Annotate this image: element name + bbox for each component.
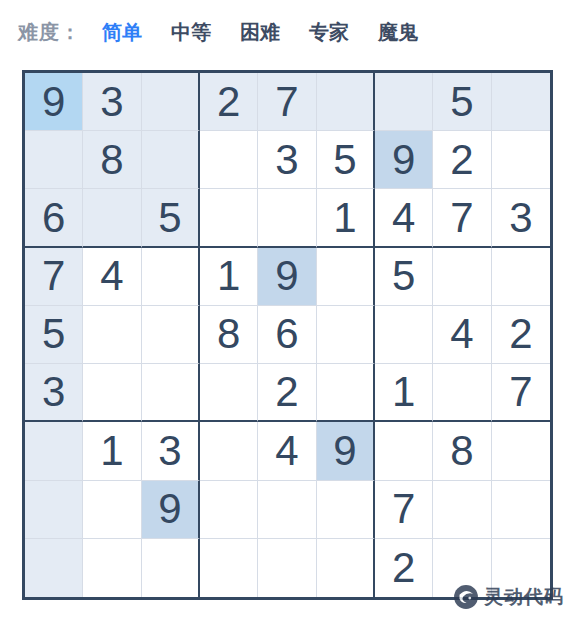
cell-r1c1[interactable]: 9 — [25, 73, 83, 131]
cell-r4c1[interactable]: 7 — [25, 248, 83, 306]
cell-r7c3[interactable]: 3 — [142, 422, 200, 480]
cell-r9c6[interactable] — [317, 539, 375, 597]
cell-r5c5[interactable]: 6 — [258, 306, 316, 364]
cell-r3c3[interactable]: 5 — [142, 189, 200, 247]
cell-r6c9[interactable]: 7 — [492, 364, 550, 422]
cell-r8c2[interactable] — [83, 481, 141, 539]
cell-r7c1[interactable] — [25, 422, 83, 480]
cell-r6c2[interactable] — [83, 364, 141, 422]
cell-r3c4[interactable] — [200, 189, 258, 247]
cell-r3c7[interactable]: 4 — [375, 189, 433, 247]
cell-r3c5[interactable] — [258, 189, 316, 247]
cell-r2c5[interactable]: 3 — [258, 131, 316, 189]
cell-r1c6[interactable] — [317, 73, 375, 131]
cell-r3c8[interactable]: 7 — [433, 189, 491, 247]
cell-r7c5[interactable]: 4 — [258, 422, 316, 480]
cell-r4c8[interactable] — [433, 248, 491, 306]
cell-r9c5[interactable] — [258, 539, 316, 597]
cell-r9c2[interactable] — [83, 539, 141, 597]
cell-r6c7[interactable]: 1 — [375, 364, 433, 422]
cell-r3c9[interactable]: 3 — [492, 189, 550, 247]
cell-r5c2[interactable] — [83, 306, 141, 364]
cell-r8c1[interactable] — [25, 481, 83, 539]
cell-r4c7[interactable]: 5 — [375, 248, 433, 306]
difficulty-option-expert[interactable]: 专家 — [309, 19, 349, 46]
cell-r8c8[interactable] — [433, 481, 491, 539]
cell-r2c2[interactable]: 8 — [83, 131, 141, 189]
cell-r9c4[interactable] — [200, 539, 258, 597]
cell-r4c2[interactable]: 4 — [83, 248, 141, 306]
cell-r2c9[interactable] — [492, 131, 550, 189]
cell-r1c3[interactable] — [142, 73, 200, 131]
cell-r6c5[interactable]: 2 — [258, 364, 316, 422]
cell-r9c8[interactable] — [433, 539, 491, 597]
cell-r8c3[interactable]: 9 — [142, 481, 200, 539]
difficulty-label: 难度： — [18, 19, 81, 46]
cell-r5c1[interactable]: 5 — [25, 306, 83, 364]
cell-r6c8[interactable] — [433, 364, 491, 422]
difficulty-bar: 难度： 简单 中等 困难 专家 魔鬼 — [18, 19, 447, 46]
cell-r3c6[interactable]: 1 — [317, 189, 375, 247]
cell-r1c9[interactable] — [492, 73, 550, 131]
cell-r7c2[interactable]: 1 — [83, 422, 141, 480]
cell-r5c7[interactable] — [375, 306, 433, 364]
cell-r9c9[interactable] — [492, 539, 550, 597]
cell-r7c4[interactable] — [200, 422, 258, 480]
cell-r4c5[interactable]: 9 — [258, 248, 316, 306]
cell-r4c6[interactable] — [317, 248, 375, 306]
cell-r4c4[interactable]: 1 — [200, 248, 258, 306]
cell-r6c3[interactable] — [142, 364, 200, 422]
difficulty-option-evil[interactable]: 魔鬼 — [378, 19, 418, 46]
cell-r2c1[interactable] — [25, 131, 83, 189]
cell-r2c7[interactable]: 9 — [375, 131, 433, 189]
cell-r2c6[interactable]: 5 — [317, 131, 375, 189]
cell-r3c2[interactable] — [83, 189, 141, 247]
cell-r6c6[interactable] — [317, 364, 375, 422]
cell-r8c4[interactable] — [200, 481, 258, 539]
cell-r2c8[interactable]: 2 — [433, 131, 491, 189]
cell-r2c4[interactable] — [200, 131, 258, 189]
sudoku-board: 93275835926514737419558642321713498972 — [22, 70, 553, 600]
cell-r7c8[interactable]: 8 — [433, 422, 491, 480]
cell-r1c7[interactable] — [375, 73, 433, 131]
cell-r7c9[interactable] — [492, 422, 550, 480]
difficulty-option-medium[interactable]: 中等 — [171, 19, 211, 46]
cell-r4c9[interactable] — [492, 248, 550, 306]
cell-r9c1[interactable] — [25, 539, 83, 597]
cell-r9c7[interactable]: 2 — [375, 539, 433, 597]
cell-r1c8[interactable]: 5 — [433, 73, 491, 131]
difficulty-option-hard[interactable]: 困难 — [240, 19, 280, 46]
cell-r3c1[interactable]: 6 — [25, 189, 83, 247]
cell-r8c9[interactable] — [492, 481, 550, 539]
cell-r2c3[interactable] — [142, 131, 200, 189]
cell-r4c3[interactable] — [142, 248, 200, 306]
cell-r6c4[interactable] — [200, 364, 258, 422]
cell-r1c2[interactable]: 3 — [83, 73, 141, 131]
cell-r7c6[interactable]: 9 — [317, 422, 375, 480]
cell-r7c7[interactable] — [375, 422, 433, 480]
cell-r5c6[interactable] — [317, 306, 375, 364]
cell-r5c9[interactable]: 2 — [492, 306, 550, 364]
difficulty-option-easy[interactable]: 简单 — [102, 19, 142, 46]
cell-r6c1[interactable]: 3 — [25, 364, 83, 422]
cell-r9c3[interactable] — [142, 539, 200, 597]
cell-r8c5[interactable] — [258, 481, 316, 539]
cell-r1c5[interactable]: 7 — [258, 73, 316, 131]
cell-r5c3[interactable] — [142, 306, 200, 364]
sudoku-page: 难度： 简单 中等 困难 专家 魔鬼 932758359265147374195… — [0, 0, 571, 625]
cell-r5c4[interactable]: 8 — [200, 306, 258, 364]
cell-r8c6[interactable] — [317, 481, 375, 539]
cell-r5c8[interactable]: 4 — [433, 306, 491, 364]
cell-r1c4[interactable]: 2 — [200, 73, 258, 131]
cell-r8c7[interactable]: 7 — [375, 481, 433, 539]
